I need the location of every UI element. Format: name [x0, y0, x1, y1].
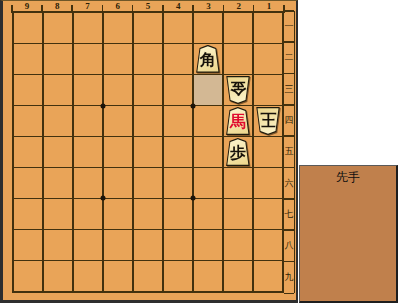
- square-7-5[interactable]: [74, 137, 102, 167]
- square-3-8[interactable]: [194, 230, 222, 260]
- square-5-2[interactable]: [134, 44, 162, 74]
- rank-label-6: 六: [284, 168, 294, 199]
- square-3-4[interactable]: [194, 106, 222, 136]
- square-6-6[interactable]: [104, 168, 132, 198]
- shogi-app: 987654321 一二三四五六七八九 角金馬王歩 先手: [0, 0, 400, 306]
- square-8-3[interactable]: [44, 75, 72, 105]
- square-2-8[interactable]: [224, 230, 252, 260]
- hoshi-star-point-2: [190, 103, 195, 108]
- square-8-4[interactable]: [44, 106, 72, 136]
- square-6-9[interactable]: [104, 261, 132, 291]
- piece-gote-gold[interactable]: 金: [225, 76, 251, 104]
- koma-shape: 角: [195, 45, 221, 73]
- square-7-2[interactable]: [74, 44, 102, 74]
- square-6-7[interactable]: [104, 199, 132, 229]
- square-1-6[interactable]: [254, 168, 282, 198]
- square-1-9[interactable]: [254, 261, 282, 291]
- square-3-1[interactable]: [194, 13, 222, 43]
- square-2-9[interactable]: [224, 261, 252, 291]
- square-9-5[interactable]: [14, 137, 42, 167]
- square-4-6[interactable]: [164, 168, 192, 198]
- sente-hand-tray: 先手: [299, 165, 398, 303]
- square-3-7[interactable]: [194, 199, 222, 229]
- rank-label-4: 四: [284, 105, 294, 136]
- square-6-1[interactable]: [104, 13, 132, 43]
- hoshi-star-point-1: [101, 103, 106, 108]
- square-8-8[interactable]: [44, 230, 72, 260]
- square-9-7[interactable]: [14, 199, 42, 229]
- rank-label-8: 八: [284, 230, 294, 261]
- square-5-5[interactable]: [134, 137, 162, 167]
- koma-kanji: 角: [200, 49, 216, 68]
- square-4-8[interactable]: [164, 230, 192, 260]
- square-5-8[interactable]: [134, 230, 162, 260]
- square-9-6[interactable]: [14, 168, 42, 198]
- square-5-4[interactable]: [134, 106, 162, 136]
- square-8-2[interactable]: [44, 44, 72, 74]
- square-9-9[interactable]: [14, 261, 42, 291]
- square-4-5[interactable]: [164, 137, 192, 167]
- square-9-4[interactable]: [14, 106, 42, 136]
- square-2-7[interactable]: [224, 199, 252, 229]
- koma-kanji: 金: [230, 80, 246, 99]
- square-5-9[interactable]: [134, 261, 162, 291]
- hoshi-star-point-3: [101, 196, 106, 201]
- rank-label-5: 五: [284, 136, 294, 167]
- square-3-5[interactable]: [194, 137, 222, 167]
- koma-shape: 馬: [225, 107, 251, 135]
- square-1-8[interactable]: [254, 230, 282, 260]
- square-1-4[interactable]: 王: [254, 106, 282, 136]
- koma-shape: 王: [255, 107, 281, 135]
- square-7-8[interactable]: [74, 230, 102, 260]
- square-4-1[interactable]: [164, 13, 192, 43]
- piece-sente-promoted-bishop[interactable]: 馬: [225, 107, 251, 135]
- piece-sente-bishop[interactable]: 角: [195, 45, 221, 73]
- square-7-3[interactable]: [74, 75, 102, 105]
- board-grid: 角金馬王歩: [12, 11, 284, 293]
- sente-hand-label: 先手: [300, 169, 396, 186]
- square-9-8[interactable]: [14, 230, 42, 260]
- square-7-6[interactable]: [74, 168, 102, 198]
- square-1-5[interactable]: [254, 137, 282, 167]
- rank-label-7: 七: [284, 199, 294, 230]
- square-6-8[interactable]: [104, 230, 132, 260]
- square-6-2[interactable]: [104, 44, 132, 74]
- square-4-7[interactable]: [164, 199, 192, 229]
- rank-label-2: 二: [284, 42, 294, 73]
- square-5-1[interactable]: [134, 13, 162, 43]
- square-1-1[interactable]: [254, 13, 282, 43]
- koma-kanji: 馬: [230, 111, 246, 130]
- hoshi-star-point-4: [190, 196, 195, 201]
- koma-kanji: 王: [260, 111, 276, 130]
- square-2-6[interactable]: [224, 168, 252, 198]
- square-2-4[interactable]: 馬: [224, 106, 252, 136]
- square-5-7[interactable]: [134, 199, 162, 229]
- piece-sente-pawn[interactable]: 歩: [225, 138, 251, 166]
- square-2-5[interactable]: 歩: [224, 137, 252, 167]
- square-2-3[interactable]: 金: [224, 75, 252, 105]
- square-6-5[interactable]: [104, 137, 132, 167]
- square-7-1[interactable]: [74, 13, 102, 43]
- square-8-5[interactable]: [44, 137, 72, 167]
- square-6-4[interactable]: [104, 106, 132, 136]
- square-1-3[interactable]: [254, 75, 282, 105]
- square-2-1[interactable]: [224, 13, 252, 43]
- piece-gote-king[interactable]: 王: [255, 107, 281, 135]
- square-8-7[interactable]: [44, 199, 72, 229]
- square-7-7[interactable]: [74, 199, 102, 229]
- square-6-3[interactable]: [104, 75, 132, 105]
- koma-shape: 金: [225, 76, 251, 104]
- square-9-1[interactable]: [14, 13, 42, 43]
- square-8-6[interactable]: [44, 168, 72, 198]
- square-7-4[interactable]: [74, 106, 102, 136]
- square-9-2[interactable]: [14, 44, 42, 74]
- square-8-1[interactable]: [44, 13, 72, 43]
- square-4-4[interactable]: [164, 106, 192, 136]
- koma-shape: 歩: [225, 138, 251, 166]
- shogi-board: 987654321 一二三四五六七八九 角金馬王歩: [0, 0, 298, 303]
- square-5-3[interactable]: [134, 75, 162, 105]
- rank-label-3: 三: [284, 74, 294, 105]
- square-4-9[interactable]: [164, 261, 192, 291]
- square-4-2[interactable]: [164, 44, 192, 74]
- square-5-6[interactable]: [134, 168, 162, 198]
- square-1-7[interactable]: [254, 199, 282, 229]
- square-3-3[interactable]: [194, 75, 222, 105]
- square-3-9[interactable]: [194, 261, 222, 291]
- square-8-9[interactable]: [44, 261, 72, 291]
- square-3-6[interactable]: [194, 168, 222, 198]
- rank-label-9: 九: [284, 262, 294, 293]
- square-3-2[interactable]: 角: [194, 44, 222, 74]
- square-7-9[interactable]: [74, 261, 102, 291]
- koma-kanji: 歩: [230, 142, 246, 161]
- rank-coordinates: 一二三四五六七八九: [284, 11, 295, 293]
- rank-label-1: 一: [284, 11, 294, 42]
- square-1-2[interactable]: [254, 44, 282, 74]
- square-9-3[interactable]: [14, 75, 42, 105]
- square-4-3[interactable]: [164, 75, 192, 105]
- square-2-2[interactable]: [224, 44, 252, 74]
